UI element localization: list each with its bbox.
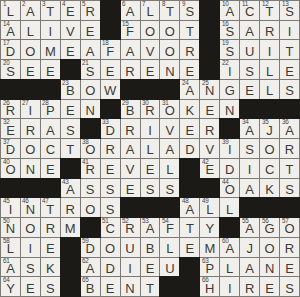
cell-letter: R xyxy=(180,43,199,59)
cell-letter: A xyxy=(121,43,140,59)
cell-letter: R xyxy=(41,221,60,237)
cell-letter: A xyxy=(240,261,259,277)
cell-r9c5[interactable]: 41R xyxy=(81,159,100,178)
cell-r3c12[interactable]: 19S xyxy=(220,40,239,59)
cell-r15c8[interactable]: T xyxy=(141,277,160,296)
cell-r8c13[interactable]: S xyxy=(240,139,259,158)
cell-r14c1[interactable]: 61A xyxy=(1,258,20,277)
cell-r8c1[interactable]: 37D xyxy=(1,139,20,158)
cell-r3c9[interactable]: O xyxy=(160,40,179,59)
cell-r4c7[interactable]: R xyxy=(121,60,140,79)
cell-letter: M xyxy=(200,241,219,257)
cell-r2c7[interactable]: 15F xyxy=(121,21,140,40)
cell-r3c15[interactable]: T xyxy=(280,40,299,59)
cell-letter: V xyxy=(160,122,179,138)
cell-letter: O xyxy=(81,83,100,99)
cell-letter: A xyxy=(21,4,40,20)
cell-letter: J xyxy=(260,122,279,138)
cell-r6c8[interactable]: 30R xyxy=(141,100,160,119)
cell-r2c2[interactable]: L xyxy=(21,21,40,40)
cell-r8c7[interactable]: A xyxy=(121,139,140,158)
cell-r12c10[interactable]: T xyxy=(180,218,199,237)
cell-r15c2[interactable]: E xyxy=(21,277,40,296)
cell-r9c14[interactable]: C xyxy=(260,159,279,178)
cell-r4c6[interactable]: E xyxy=(101,60,120,79)
cell-letter: T xyxy=(41,4,60,20)
cell-r2c13[interactable]: A xyxy=(240,21,259,40)
cell-letter: S xyxy=(81,63,100,79)
cell-letter: S xyxy=(180,4,199,20)
cell-r12c4[interactable]: M xyxy=(61,218,80,237)
cell-letter: N xyxy=(81,103,100,119)
cell-letter: V xyxy=(121,162,140,178)
cell-r10c8[interactable]: S xyxy=(141,179,160,198)
cell-r1c8[interactable]: 7L xyxy=(141,1,160,20)
cell-r2c4[interactable]: V xyxy=(61,21,80,40)
cell-r9c13[interactable]: I xyxy=(240,159,259,178)
cell-r3c13[interactable]: U xyxy=(240,40,259,59)
cell-r6c9[interactable]: 31O xyxy=(160,100,179,119)
cell-letter: A xyxy=(240,122,259,138)
cell-r14c9[interactable]: U xyxy=(160,258,179,277)
cell-letter: N xyxy=(200,83,219,99)
cell-r7c7[interactable]: R xyxy=(121,119,140,138)
cell-letter: E xyxy=(1,122,20,138)
cell-r2c15[interactable]: I xyxy=(280,21,299,40)
cell-letter: R xyxy=(81,162,100,178)
cell-letter: R xyxy=(21,122,40,138)
cell-r5c11[interactable]: 25N xyxy=(200,80,219,99)
cell-r2c10[interactable]: T xyxy=(180,21,199,40)
cell-r12c13[interactable]: 55A xyxy=(240,218,259,237)
cell-r13c3[interactable]: E xyxy=(41,238,60,257)
cell-letter: T xyxy=(41,201,60,217)
cell-letter: I xyxy=(21,103,40,119)
cell-r14c15[interactable]: E xyxy=(280,258,299,277)
cell-r15c14[interactable]: E xyxy=(260,277,279,296)
block-r4c11 xyxy=(200,60,219,79)
cell-r11c10[interactable]: 48A xyxy=(180,198,199,217)
block-r3c11 xyxy=(200,40,219,59)
cell-letter: O xyxy=(220,182,239,198)
cell-letter: T xyxy=(141,280,160,296)
cell-letter: L xyxy=(200,201,219,217)
cell-r6c12[interactable]: N xyxy=(220,100,239,119)
cell-r13c15[interactable]: R xyxy=(280,238,299,257)
block-r5c3 xyxy=(41,80,60,99)
block-r7c5 xyxy=(81,119,100,138)
cell-r3c14[interactable]: I xyxy=(260,40,279,59)
block-r5c7 xyxy=(121,80,140,99)
cell-r14c5[interactable]: 62A xyxy=(81,258,100,277)
cell-r1c3[interactable]: 3T xyxy=(41,1,60,20)
cell-r7c15[interactable]: 36A xyxy=(280,119,299,138)
cell-r9c15[interactable]: T xyxy=(280,159,299,178)
cell-r1c4[interactable]: 4E xyxy=(61,1,80,20)
cell-letter: R xyxy=(1,103,20,119)
cell-r4c3[interactable]: E xyxy=(41,60,60,79)
cell-r9c8[interactable]: E xyxy=(141,159,160,178)
cell-r2c3[interactable]: I xyxy=(41,21,60,40)
cell-r15c7[interactable]: N xyxy=(121,277,140,296)
cell-r13c9[interactable]: L xyxy=(160,238,179,257)
cell-r15c15[interactable]: S xyxy=(280,277,299,296)
cell-letter: G xyxy=(220,83,239,99)
cell-r5c6[interactable]: W xyxy=(101,80,120,99)
cell-letter: T xyxy=(61,142,80,158)
cell-letter: C xyxy=(260,162,279,178)
cell-r10c13[interactable]: A xyxy=(240,179,259,198)
cell-letter: S xyxy=(240,142,259,158)
cell-r9c3[interactable]: E xyxy=(41,159,60,178)
cell-letter: A xyxy=(121,4,140,20)
cell-letter: E xyxy=(180,122,199,138)
cell-r6c2[interactable]: 27I xyxy=(21,100,40,119)
cell-r13c5[interactable]: 59D xyxy=(81,238,100,257)
cell-letter: A xyxy=(160,142,179,158)
cell-r1c7[interactable]: 6A xyxy=(121,1,140,20)
cell-r1c5[interactable]: 5R xyxy=(81,1,100,20)
cell-r12c15[interactable]: 57O xyxy=(280,218,299,237)
cell-letter: O xyxy=(81,142,100,158)
cell-letter: O xyxy=(160,103,179,119)
block-r9c10 xyxy=(180,159,199,178)
cell-r14c3[interactable]: K xyxy=(41,258,60,277)
cell-r3c8[interactable]: V xyxy=(141,40,160,59)
cell-letter: U xyxy=(240,43,259,59)
cell-letter: N xyxy=(1,221,20,237)
cell-r1c15[interactable]: 13S xyxy=(280,1,299,20)
cell-letter: I xyxy=(260,43,279,59)
cell-letter: S xyxy=(240,63,259,79)
cell-r1c1[interactable]: 1L xyxy=(1,1,20,20)
cell-r5c13[interactable]: E xyxy=(240,80,259,99)
cell-r11c5[interactable]: O xyxy=(81,198,100,217)
cell-letter: O xyxy=(260,241,279,257)
cell-r7c1[interactable]: 32E xyxy=(1,119,20,138)
cell-r2c12[interactable]: 16S xyxy=(220,21,239,40)
cell-r12c1[interactable]: 50N xyxy=(1,218,20,237)
cell-r11c4[interactable]: R xyxy=(61,198,80,217)
cell-r15c3[interactable]: S xyxy=(41,277,60,296)
cell-r6c5[interactable]: N xyxy=(81,100,100,119)
cell-letter: S xyxy=(1,63,20,79)
cell-r14c8[interactable]: E xyxy=(141,258,160,277)
block-r14c4 xyxy=(61,258,80,277)
cell-r15c11[interactable]: 66H xyxy=(200,277,219,296)
cell-r14c7[interactable]: I xyxy=(121,258,140,277)
block-r14c10 xyxy=(180,258,199,277)
cell-r14c13[interactable]: A xyxy=(240,258,259,277)
cell-r11c3[interactable]: 47T xyxy=(41,198,60,217)
cell-r1c9[interactable]: 8T xyxy=(160,1,179,20)
cell-r12c7[interactable]: 52R xyxy=(121,218,140,237)
cell-r13c10[interactable]: E xyxy=(180,238,199,257)
cell-r1c13[interactable]: 11C xyxy=(240,1,259,20)
cell-r15c1[interactable]: 64Y xyxy=(1,277,20,296)
cell-r10c9[interactable]: S xyxy=(160,179,179,198)
cell-r15c6[interactable]: E xyxy=(101,277,120,296)
cell-r11c12[interactable]: L xyxy=(220,198,239,217)
cell-r5c14[interactable]: L xyxy=(260,80,279,99)
cell-letter: K xyxy=(260,182,279,198)
cell-letter: E xyxy=(41,162,60,178)
cell-r8c11[interactable]: V xyxy=(200,139,219,158)
cell-r9c12[interactable]: D xyxy=(220,159,239,178)
cell-letter: N xyxy=(160,63,179,79)
cell-r8c3[interactable]: C xyxy=(41,139,60,158)
cell-r11c2[interactable]: 46N xyxy=(21,198,40,217)
cell-r10c14[interactable]: K xyxy=(260,179,279,198)
cell-r7c10[interactable]: E xyxy=(180,119,199,138)
cell-r10c4[interactable]: 43A xyxy=(61,179,80,198)
cell-letter: A xyxy=(41,122,60,138)
cell-r13c12[interactable]: 60A xyxy=(220,238,239,257)
cell-letter: F xyxy=(160,221,179,237)
cell-r9c9[interactable]: L xyxy=(160,159,179,178)
cell-r7c6[interactable]: 33D xyxy=(101,119,120,138)
block-r12c5 xyxy=(81,218,100,237)
cell-r6c10[interactable]: K xyxy=(180,100,199,119)
cell-letter: A xyxy=(240,182,259,198)
cell-letter: S xyxy=(160,182,179,198)
cell-r6c7[interactable]: 29B xyxy=(121,100,140,119)
cell-letter: E xyxy=(240,83,259,99)
cell-letter: L xyxy=(21,24,40,40)
cell-r6c11[interactable]: E xyxy=(200,100,219,119)
cell-r2c9[interactable]: O xyxy=(160,21,179,40)
cell-r11c11[interactable]: 49L xyxy=(200,198,219,217)
cell-letter: S xyxy=(41,280,60,296)
cell-letter: O xyxy=(260,142,279,158)
cell-r4c10[interactable]: E xyxy=(180,60,199,79)
cell-letter: S xyxy=(280,182,299,198)
cell-r14c2[interactable]: S xyxy=(21,258,40,277)
cell-r9c7[interactable]: V xyxy=(121,159,140,178)
cell-r4c5[interactable]: 21S xyxy=(81,60,100,79)
cell-letter: N xyxy=(220,103,239,119)
cell-r5c4[interactable]: 23B xyxy=(61,80,80,99)
cell-r10c7[interactable]: E xyxy=(121,179,140,198)
cell-r15c13[interactable]: R xyxy=(240,277,259,296)
cell-letter: E xyxy=(180,63,199,79)
cell-r1c2[interactable]: 2A xyxy=(21,1,40,20)
block-r11c9 xyxy=(160,198,179,217)
cell-r12c14[interactable]: 56G xyxy=(260,218,279,237)
cell-letter: E xyxy=(41,241,60,257)
cell-r12c2[interactable]: O xyxy=(21,218,40,237)
cell-r8c5[interactable]: 38O xyxy=(81,139,100,158)
cell-r2c1[interactable]: 14A xyxy=(1,21,20,40)
cell-r4c9[interactable]: N xyxy=(160,60,179,79)
cell-r3c1[interactable]: 17D xyxy=(1,40,20,59)
cell-r4c2[interactable]: E xyxy=(21,60,40,79)
cell-r12c8[interactable]: 53A xyxy=(141,218,160,237)
cell-r3c10[interactable]: R xyxy=(180,40,199,59)
cell-r6c3[interactable]: 28P xyxy=(41,100,60,119)
cell-r3c4[interactable]: E xyxy=(61,40,80,59)
cell-r3c7[interactable]: A xyxy=(121,40,140,59)
cell-r8c15[interactable]: R xyxy=(280,139,299,158)
cell-r13c6[interactable]: O xyxy=(101,238,120,257)
cell-r10c12[interactable]: 44O xyxy=(220,179,239,198)
cell-r13c13[interactable]: J xyxy=(240,238,259,257)
cell-letter: I xyxy=(21,241,40,257)
cell-letter: O xyxy=(81,201,100,217)
cell-letter: B xyxy=(141,241,160,257)
block-r10c1 xyxy=(1,179,20,198)
cell-r8c9[interactable]: A xyxy=(160,139,179,158)
cell-r8c4[interactable]: T xyxy=(61,139,80,158)
cell-r4c1[interactable]: 20S xyxy=(1,60,20,79)
cell-r2c8[interactable]: O xyxy=(141,21,160,40)
cell-r9c2[interactable]: N xyxy=(21,159,40,178)
cell-r4c13[interactable]: S xyxy=(240,60,259,79)
cell-letter: O xyxy=(1,162,20,178)
cell-r4c12[interactable]: 22I xyxy=(220,60,239,79)
cell-letter: V xyxy=(141,43,160,59)
cell-r15c5[interactable]: 65B xyxy=(81,277,100,296)
cell-letter: A xyxy=(240,24,259,40)
cell-r12c6[interactable]: 51C xyxy=(101,218,120,237)
cell-letter: R xyxy=(280,241,299,257)
cell-letter: L xyxy=(141,4,160,20)
cell-r7c4[interactable]: S xyxy=(61,119,80,138)
cell-r7c9[interactable]: V xyxy=(160,119,179,138)
cell-r3c5[interactable]: A xyxy=(81,40,100,59)
cell-r11c6[interactable]: S xyxy=(101,198,120,217)
cell-r13c14[interactable]: O xyxy=(260,238,279,257)
cell-r13c7[interactable]: U xyxy=(121,238,140,257)
cell-letter: R xyxy=(61,201,80,217)
cell-r14c12[interactable]: L xyxy=(220,258,239,277)
cell-r2c14[interactable]: R xyxy=(260,21,279,40)
cell-letter: A xyxy=(81,261,100,277)
cell-r8c2[interactable]: O xyxy=(21,139,40,158)
block-r10c11 xyxy=(200,179,219,198)
cell-letter: E xyxy=(260,280,279,296)
cell-r15c12[interactable]: I xyxy=(220,277,239,296)
cell-r10c6[interactable]: S xyxy=(101,179,120,198)
cell-letter: E xyxy=(141,63,160,79)
block-r10c3 xyxy=(41,179,60,198)
cell-r4c15[interactable]: E xyxy=(280,60,299,79)
cell-letter: R xyxy=(280,142,299,158)
cell-letter: C xyxy=(101,221,120,237)
cell-letter: L xyxy=(160,162,179,178)
cell-r13c8[interactable]: B xyxy=(141,238,160,257)
block-r11c15 xyxy=(280,198,299,217)
cell-r3c6[interactable]: 18F xyxy=(101,40,120,59)
cell-r7c2[interactable]: R xyxy=(21,119,40,138)
block-r13c4 xyxy=(61,238,80,257)
cell-r1c14[interactable]: 12T xyxy=(260,1,279,20)
cell-letter: E xyxy=(61,43,80,59)
cell-r8c6[interactable]: R xyxy=(101,139,120,158)
cell-letter: E xyxy=(180,241,199,257)
cell-letter: T xyxy=(280,162,299,178)
cell-letter: D xyxy=(1,43,20,59)
cell-r7c8[interactable]: I xyxy=(141,119,160,138)
cell-r12c11[interactable]: Y xyxy=(200,218,219,237)
cell-r4c14[interactable]: L xyxy=(260,60,279,79)
cell-r12c3[interactable]: R xyxy=(41,218,60,237)
cell-letter: O xyxy=(160,24,179,40)
cell-r5c15[interactable]: S xyxy=(280,80,299,99)
cell-letter: D xyxy=(1,142,20,158)
cell-r1c12[interactable]: 10A xyxy=(220,1,239,20)
cell-letter: E xyxy=(101,63,120,79)
block-r11c8 xyxy=(141,198,160,217)
cell-r9c11[interactable]: 42E xyxy=(200,159,219,178)
cell-letter: V xyxy=(200,142,219,158)
cell-letter: S xyxy=(220,43,239,59)
cell-r7c3[interactable]: A xyxy=(41,119,60,138)
cell-r1c10[interactable]: 9S xyxy=(180,1,199,20)
cell-r7c13[interactable]: 34A xyxy=(240,119,259,138)
cell-r8c8[interactable]: L xyxy=(141,139,160,158)
cell-r8c14[interactable]: O xyxy=(260,139,279,158)
cell-letter: E xyxy=(101,162,120,178)
cell-r13c2[interactable]: I xyxy=(21,238,40,257)
cell-r3c2[interactable]: O xyxy=(21,40,40,59)
block-r4c4 xyxy=(61,60,80,79)
cell-letter: S xyxy=(81,182,100,198)
cell-r4c8[interactable]: E xyxy=(141,60,160,79)
cell-r6c1[interactable]: 26R xyxy=(1,100,20,119)
cell-r14c11[interactable]: 63P xyxy=(200,258,219,277)
cell-r11c1[interactable]: 45I xyxy=(1,198,20,217)
cell-r6c4[interactable]: E xyxy=(61,100,80,119)
cell-letter: O xyxy=(280,221,299,237)
cell-letter: E xyxy=(141,162,160,178)
cell-r9c1[interactable]: 40O xyxy=(1,159,20,178)
cell-letter: E xyxy=(21,63,40,79)
block-r7c12 xyxy=(220,119,239,138)
cell-r10c5[interactable]: S xyxy=(81,179,100,198)
cell-letter: E xyxy=(41,63,60,79)
cell-letter: E xyxy=(141,261,160,277)
cell-r10c15[interactable]: S xyxy=(280,179,299,198)
cell-r13c11[interactable]: M xyxy=(200,238,219,257)
cell-r14c14[interactable]: N xyxy=(260,258,279,277)
cell-r12c9[interactable]: 54F xyxy=(160,218,179,237)
cell-letter: M xyxy=(61,221,80,237)
cell-letter: A xyxy=(220,241,239,257)
cell-letter: U xyxy=(160,261,179,277)
cell-r7c11[interactable]: R xyxy=(200,119,219,138)
cell-r5c10[interactable]: 24A xyxy=(180,80,199,99)
cell-r2c5[interactable]: E xyxy=(81,21,100,40)
cell-r9c6[interactable]: E xyxy=(101,159,120,178)
cell-r13c1[interactable]: 58L xyxy=(1,238,20,257)
cell-r8c12[interactable]: 39I xyxy=(220,139,239,158)
cell-r14c6[interactable]: D xyxy=(101,258,120,277)
cell-r3c3[interactable]: M xyxy=(41,40,60,59)
cell-letter: E xyxy=(280,63,299,79)
cell-r7c14[interactable]: 35J xyxy=(260,119,279,138)
cell-r5c5[interactable]: O xyxy=(81,80,100,99)
cell-letter: I xyxy=(240,162,259,178)
cell-r5c12[interactable]: G xyxy=(220,80,239,99)
cell-letter: B xyxy=(61,83,80,99)
cell-letter: A xyxy=(61,182,80,198)
cell-r8c10[interactable]: D xyxy=(180,139,199,158)
cell-letter: R xyxy=(141,103,160,119)
cell-letter: R xyxy=(121,122,140,138)
cell-letter: I xyxy=(280,24,299,40)
cell-letter: A xyxy=(1,24,20,40)
